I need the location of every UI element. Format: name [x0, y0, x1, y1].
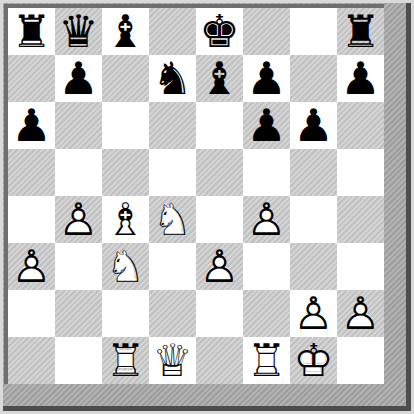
white-king: ♚♔ — [290, 337, 337, 384]
square-b4[interactable]: ♟♙ — [55, 196, 102, 243]
square-d1[interactable]: ♛♕ — [149, 337, 196, 384]
square-a1[interactable] — [8, 337, 55, 384]
black-pawn: ♟ — [337, 55, 384, 102]
white-knight: ♞♘ — [149, 196, 196, 243]
square-a7[interactable] — [8, 55, 55, 102]
square-f3[interactable] — [243, 243, 290, 290]
square-c6[interactable] — [102, 102, 149, 149]
black-knight: ♞ — [149, 55, 196, 102]
white-knight: ♞♘ — [102, 243, 149, 290]
white-pawn: ♟♙ — [290, 290, 337, 337]
square-h8[interactable]: ♜ — [337, 8, 384, 55]
square-b8[interactable]: ♛ — [55, 8, 102, 55]
square-b5[interactable] — [55, 149, 102, 196]
white-rook: ♜♖ — [102, 337, 149, 384]
square-f2[interactable] — [243, 290, 290, 337]
square-b1[interactable] — [55, 337, 102, 384]
black-bishop: ♝ — [102, 8, 149, 55]
square-g6[interactable]: ♟ — [290, 102, 337, 149]
square-c4[interactable]: ♝♗ — [102, 196, 149, 243]
square-d7[interactable]: ♞ — [149, 55, 196, 102]
square-h1[interactable] — [337, 337, 384, 384]
white-pawn: ♟♙ — [337, 290, 384, 337]
white-rook: ♜♖ — [243, 337, 290, 384]
square-d6[interactable] — [149, 102, 196, 149]
square-c1[interactable]: ♜♖ — [102, 337, 149, 384]
square-b3[interactable] — [55, 243, 102, 290]
square-f7[interactable]: ♟ — [243, 55, 290, 102]
black-pawn: ♟ — [55, 55, 102, 102]
square-c7[interactable] — [102, 55, 149, 102]
black-queen: ♛ — [55, 8, 102, 55]
square-h2[interactable]: ♟♙ — [337, 290, 384, 337]
square-h6[interactable] — [337, 102, 384, 149]
square-g3[interactable] — [290, 243, 337, 290]
square-f4[interactable]: ♟♙ — [243, 196, 290, 243]
black-rook: ♜ — [8, 8, 55, 55]
square-d8[interactable] — [149, 8, 196, 55]
square-a2[interactable] — [8, 290, 55, 337]
white-pawn: ♟♙ — [196, 243, 243, 290]
square-f5[interactable] — [243, 149, 290, 196]
square-c8[interactable]: ♝ — [102, 8, 149, 55]
square-c2[interactable] — [102, 290, 149, 337]
white-pawn: ♟♙ — [8, 243, 55, 290]
square-b6[interactable] — [55, 102, 102, 149]
square-c5[interactable] — [102, 149, 149, 196]
square-d5[interactable] — [149, 149, 196, 196]
square-a3[interactable]: ♟♙ — [8, 243, 55, 290]
square-c3[interactable]: ♞♘ — [102, 243, 149, 290]
black-pawn: ♟ — [243, 102, 290, 149]
square-e6[interactable] — [196, 102, 243, 149]
square-a8[interactable]: ♜ — [8, 8, 55, 55]
square-e1[interactable] — [196, 337, 243, 384]
chess-diagram: ♜♛♝♚♜♟♞♝♟♟♟♟♟♟♙♝♗♞♘♟♙♟♙♞♘♟♙♟♙♟♙♜♖♛♕♜♖♚♔ — [0, 0, 414, 414]
square-d2[interactable] — [149, 290, 196, 337]
black-king: ♚ — [196, 8, 243, 55]
square-b2[interactable] — [55, 290, 102, 337]
square-a6[interactable]: ♟ — [8, 102, 55, 149]
square-e2[interactable] — [196, 290, 243, 337]
white-queen: ♛♕ — [149, 337, 196, 384]
square-e7[interactable]: ♝ — [196, 55, 243, 102]
black-rook: ♜ — [337, 8, 384, 55]
square-e5[interactable] — [196, 149, 243, 196]
black-pawn: ♟ — [290, 102, 337, 149]
square-f1[interactable]: ♜♖ — [243, 337, 290, 384]
square-g2[interactable]: ♟♙ — [290, 290, 337, 337]
square-g4[interactable] — [290, 196, 337, 243]
square-b7[interactable]: ♟ — [55, 55, 102, 102]
white-bishop: ♝♗ — [102, 196, 149, 243]
black-pawn: ♟ — [8, 102, 55, 149]
square-e4[interactable] — [196, 196, 243, 243]
white-pawn: ♟♙ — [55, 196, 102, 243]
square-g1[interactable]: ♚♔ — [290, 337, 337, 384]
black-pawn: ♟ — [243, 55, 290, 102]
square-h5[interactable] — [337, 149, 384, 196]
white-pawn: ♟♙ — [243, 196, 290, 243]
square-g5[interactable] — [290, 149, 337, 196]
square-f6[interactable]: ♟ — [243, 102, 290, 149]
square-d3[interactable] — [149, 243, 196, 290]
square-f8[interactable] — [243, 8, 290, 55]
square-a5[interactable] — [8, 149, 55, 196]
black-bishop: ♝ — [196, 55, 243, 102]
square-e8[interactable]: ♚ — [196, 8, 243, 55]
square-a4[interactable] — [8, 196, 55, 243]
chess-board: ♜♛♝♚♜♟♞♝♟♟♟♟♟♟♙♝♗♞♘♟♙♟♙♞♘♟♙♟♙♟♙♜♖♛♕♜♖♚♔ — [4, 4, 384, 384]
square-h4[interactable] — [337, 196, 384, 243]
square-g7[interactable] — [290, 55, 337, 102]
square-h3[interactable] — [337, 243, 384, 290]
square-d4[interactable]: ♞♘ — [149, 196, 196, 243]
square-e3[interactable]: ♟♙ — [196, 243, 243, 290]
square-g8[interactable] — [290, 8, 337, 55]
square-h7[interactable]: ♟ — [337, 55, 384, 102]
